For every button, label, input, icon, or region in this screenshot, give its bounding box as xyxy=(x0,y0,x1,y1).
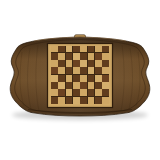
square-c7 xyxy=(66,53,73,60)
square-a2 xyxy=(51,89,58,96)
square-d1 xyxy=(73,97,80,104)
square-a6 xyxy=(51,60,58,67)
square-f5 xyxy=(88,67,95,74)
square-e1 xyxy=(80,97,87,104)
square-a1 xyxy=(51,97,58,104)
square-d5 xyxy=(73,67,80,74)
square-e7 xyxy=(80,53,87,60)
square-b7 xyxy=(58,53,65,60)
square-c8 xyxy=(66,46,73,53)
square-d6 xyxy=(73,60,80,67)
square-f6 xyxy=(88,60,95,67)
square-g5 xyxy=(95,67,102,74)
square-g3 xyxy=(95,82,102,89)
square-h5 xyxy=(102,67,109,74)
square-h7 xyxy=(102,53,109,60)
square-g2 xyxy=(95,89,102,96)
square-g8 xyxy=(95,46,102,53)
square-f8 xyxy=(88,46,95,53)
square-e3 xyxy=(80,82,87,89)
square-a5 xyxy=(51,67,58,74)
square-b1 xyxy=(58,97,65,104)
square-g4 xyxy=(95,75,102,82)
square-b6 xyxy=(58,60,65,67)
square-c3 xyxy=(66,82,73,89)
square-d2 xyxy=(73,89,80,96)
square-f2 xyxy=(88,89,95,96)
square-g7 xyxy=(95,53,102,60)
square-c6 xyxy=(66,60,73,67)
square-d3 xyxy=(73,82,80,89)
square-c2 xyxy=(66,89,73,96)
square-f1 xyxy=(88,97,95,104)
square-c4 xyxy=(66,75,73,82)
square-e6 xyxy=(80,60,87,67)
chessboard xyxy=(51,46,109,104)
product-photo xyxy=(0,0,160,160)
square-b3 xyxy=(58,82,65,89)
square-g1 xyxy=(95,97,102,104)
square-b2 xyxy=(58,89,65,96)
square-e4 xyxy=(80,75,87,82)
square-f4 xyxy=(88,75,95,82)
square-e8 xyxy=(80,46,87,53)
square-d8 xyxy=(73,46,80,53)
square-g6 xyxy=(95,60,102,67)
square-h3 xyxy=(102,82,109,89)
square-e5 xyxy=(80,67,87,74)
square-c5 xyxy=(66,67,73,74)
square-a8 xyxy=(51,46,58,53)
square-d4 xyxy=(73,75,80,82)
square-b4 xyxy=(58,75,65,82)
square-a3 xyxy=(51,82,58,89)
square-f3 xyxy=(88,82,95,89)
square-b5 xyxy=(58,67,65,74)
square-e2 xyxy=(80,89,87,96)
square-h4 xyxy=(102,75,109,82)
square-h2 xyxy=(102,89,109,96)
square-f7 xyxy=(88,53,95,60)
square-a4 xyxy=(51,75,58,82)
square-a7 xyxy=(51,53,58,60)
square-b8 xyxy=(58,46,65,53)
square-h6 xyxy=(102,60,109,67)
square-h8 xyxy=(102,46,109,53)
square-d7 xyxy=(73,53,80,60)
square-h1 xyxy=(102,97,109,104)
chessboard-frame xyxy=(47,43,113,108)
square-c1 xyxy=(66,97,73,104)
